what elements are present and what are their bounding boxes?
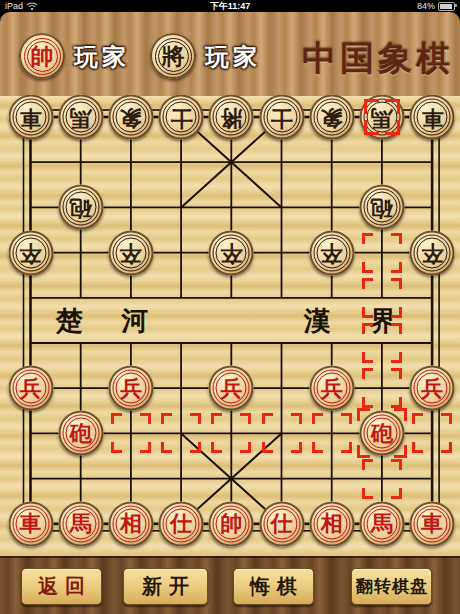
piece-character: 馬 [70, 513, 92, 535]
piece-red-cannon[interactable]: 砲 [58, 411, 103, 456]
piece-character: 砲 [70, 422, 92, 444]
piece-black-soldier[interactable]: 卒 [8, 230, 53, 275]
legal-move-marker[interactable] [262, 413, 302, 453]
undo-move-button[interactable]: 悔棋 [233, 568, 314, 605]
black-player-name: 玩家 [205, 41, 261, 73]
marker-corner [211, 413, 222, 424]
piece-character: 相 [321, 513, 343, 535]
piece-character: 帥 [220, 513, 242, 535]
piece-character: 仕 [271, 513, 293, 535]
piece-character: 相 [120, 513, 142, 535]
marker-corner [190, 413, 201, 424]
marker-corner [362, 459, 373, 470]
black-player-piece-badge: 將 [150, 33, 196, 79]
marker-corner [391, 352, 402, 363]
marker-corner [391, 397, 402, 408]
piece-black-soldier[interactable]: 卒 [209, 230, 254, 275]
marker-corner [291, 413, 302, 424]
marker-corner [362, 352, 373, 363]
marker-corner [161, 442, 172, 453]
piece-red-advisor[interactable]: 仕 [159, 501, 204, 546]
piece-black-soldier[interactable]: 卒 [410, 230, 455, 275]
piece-black-soldier[interactable]: 卒 [309, 230, 354, 275]
marker-corner [394, 445, 407, 458]
piece-red-chariot[interactable]: 車 [410, 501, 455, 546]
black-general-glyph: 將 [162, 45, 185, 68]
piece-black-cannon[interactable]: 砲 [359, 185, 404, 230]
piece-character: 車 [20, 106, 42, 128]
piece-character: 士 [271, 106, 293, 128]
piece-character: 兵 [321, 377, 343, 399]
piece-character: 兵 [20, 377, 42, 399]
legal-move-marker[interactable] [362, 323, 402, 363]
marker-corner [357, 445, 370, 458]
marker-corner [140, 413, 151, 424]
marker-corner [190, 442, 201, 453]
piece-character: 卒 [421, 242, 443, 264]
marker-corner [364, 120, 379, 135]
piece-character: 卒 [120, 242, 142, 264]
marker-corner [362, 488, 373, 499]
marker-corner [385, 120, 400, 135]
piece-red-horse[interactable]: 馬 [58, 501, 103, 546]
marker-corner [341, 413, 352, 424]
app-frame: 帥 玩家 將 玩家 中国象棋 楚 河 漢 界 車馬象士將士象馬車砲砲卒卒卒卒卒兵… [0, 12, 460, 614]
marker-corner [140, 442, 151, 453]
marker-corner [391, 307, 402, 318]
legal-move-marker[interactable] [161, 413, 201, 453]
piece-character: 士 [170, 106, 192, 128]
capture-target-marker[interactable] [364, 99, 400, 135]
marker-corner [441, 413, 452, 424]
piece-character: 卒 [321, 242, 343, 264]
marker-corner [391, 278, 402, 289]
legal-move-marker[interactable] [362, 459, 402, 499]
marker-corner [391, 233, 402, 244]
piece-character: 兵 [421, 377, 443, 399]
piece-character: 象 [120, 106, 142, 128]
piece-character: 馬 [371, 513, 393, 535]
status-bar: iPad 下午11:47 84% [0, 0, 460, 12]
legal-move-marker[interactable] [362, 278, 402, 318]
marker-corner [291, 442, 302, 453]
piece-black-advisor[interactable]: 士 [159, 95, 204, 140]
piece-character: 馬 [70, 106, 92, 128]
piece-black-chariot[interactable]: 車 [8, 95, 53, 140]
marker-corner [357, 408, 370, 421]
piece-character: 車 [20, 513, 42, 535]
piece-black-cannon[interactable]: 砲 [58, 185, 103, 230]
piece-character: 兵 [120, 377, 142, 399]
piece-red-advisor[interactable]: 仕 [259, 501, 304, 546]
marker-corner [385, 99, 400, 114]
piece-character: 砲 [70, 196, 92, 218]
marker-corner [412, 442, 423, 453]
piece-red-elephant[interactable]: 相 [108, 501, 153, 546]
legal-move-marker[interactable] [211, 413, 251, 453]
new-game-button[interactable]: 新开 [123, 568, 208, 605]
game-header: 帥 玩家 將 玩家 中国象棋 [0, 12, 460, 97]
marker-corner [362, 262, 373, 273]
marker-corner [262, 442, 273, 453]
piece-red-general[interactable]: 帥 [209, 501, 254, 546]
marker-corner [312, 413, 323, 424]
marker-corner [362, 307, 373, 318]
legal-move-marker[interactable] [412, 413, 452, 453]
marker-corner [391, 459, 402, 470]
selected-piece-marker [357, 408, 407, 458]
piece-black-horse[interactable]: 馬 [58, 95, 103, 140]
marker-corner [362, 278, 373, 289]
marker-corner [211, 442, 222, 453]
piece-red-soldier[interactable]: 兵 [209, 366, 254, 411]
red-general-glyph: 帥 [31, 45, 54, 68]
piece-character: 車 [421, 513, 443, 535]
piece-red-chariot[interactable]: 車 [8, 501, 53, 546]
piece-character: 兵 [220, 377, 242, 399]
legal-move-marker[interactable] [312, 413, 352, 453]
marker-corner [111, 413, 122, 424]
flip-board-button[interactable]: 翻转棋盘 [351, 568, 432, 605]
legal-move-marker[interactable] [362, 233, 402, 273]
piece-character: 將 [220, 106, 242, 128]
piece-red-soldier[interactable]: 兵 [410, 366, 455, 411]
piece-black-elephant[interactable]: 象 [108, 95, 153, 140]
marker-corner [391, 262, 402, 273]
piece-character: 車 [421, 106, 443, 128]
button-bar: 返回 新开 悔棋 翻转棋盘 [0, 556, 460, 614]
piece-black-advisor[interactable]: 士 [259, 95, 304, 140]
marker-corner [240, 442, 251, 453]
piece-character: 象 [321, 106, 343, 128]
piece-character: 卒 [220, 242, 242, 264]
app-title: 中国象棋 [302, 36, 454, 82]
piece-red-soldier[interactable]: 兵 [8, 366, 53, 411]
piece-character: 砲 [371, 196, 393, 218]
marker-corner [341, 442, 352, 453]
marker-corner [362, 323, 373, 334]
piece-red-horse[interactable]: 馬 [359, 501, 404, 546]
piece-black-soldier[interactable]: 卒 [108, 230, 153, 275]
clock: 下午11:47 [0, 0, 460, 12]
marker-corner [362, 368, 373, 379]
board-area: 楚 河 漢 界 車馬象士將士象馬車砲砲卒卒卒卒卒兵兵兵兵兵砲砲車馬相仕帥仕相馬車 [0, 96, 460, 558]
battery-icon [438, 2, 455, 11]
marker-corner [312, 442, 323, 453]
marker-corner [412, 413, 423, 424]
river-label-left: 楚 河 [56, 303, 165, 339]
marker-corner [391, 323, 402, 334]
marker-corner [362, 397, 373, 408]
marker-corner [240, 413, 251, 424]
red-player-name: 玩家 [74, 41, 130, 73]
piece-red-soldier[interactable]: 兵 [108, 366, 153, 411]
piece-red-elephant[interactable]: 相 [309, 501, 354, 546]
piece-black-chariot[interactable]: 車 [410, 95, 455, 140]
legal-move-marker[interactable] [362, 368, 402, 408]
piece-red-soldier[interactable]: 兵 [309, 366, 354, 411]
marker-corner [364, 99, 379, 114]
marker-corner [441, 442, 452, 453]
marker-corner [362, 233, 373, 244]
xiangqi-board[interactable]: 楚 河 漢 界 車馬象士將士象馬車砲砲卒卒卒卒卒兵兵兵兵兵砲砲車馬相仕帥仕相馬車 [0, 96, 460, 558]
piece-black-elephant[interactable]: 象 [309, 95, 354, 140]
piece-character: 仕 [170, 513, 192, 535]
red-player-piece-badge: 帥 [19, 33, 65, 79]
marker-corner [161, 413, 172, 424]
marker-corner [111, 442, 122, 453]
legal-move-marker[interactable] [111, 413, 151, 453]
back-button[interactable]: 返回 [21, 568, 102, 605]
piece-black-general[interactable]: 將 [209, 95, 254, 140]
marker-corner [262, 413, 273, 424]
marker-corner [391, 488, 402, 499]
marker-corner [391, 368, 402, 379]
piece-character: 卒 [20, 242, 42, 264]
app-screen: iPad 下午11:47 84% 帥 玩家 將 玩家 中国象棋 [0, 0, 460, 614]
marker-corner [394, 408, 407, 421]
